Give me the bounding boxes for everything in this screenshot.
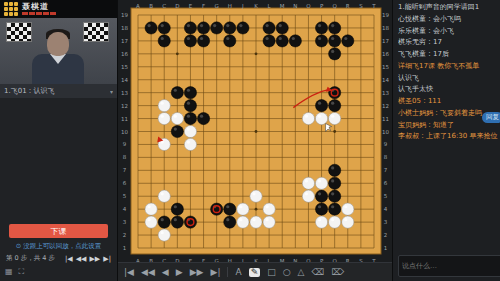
white-stone-O11[interactable] [302,112,314,124]
black-stone-Q18[interactable] [329,22,341,34]
black-stone-N17[interactable] [289,35,301,47]
white-stone-J4[interactable] [237,203,249,215]
toolbar-divider [227,267,228,277]
row-label: 18 [382,25,389,31]
row-label: 10 [382,129,389,135]
row-label: 11 [382,116,389,122]
row-label: 5 [384,193,388,199]
black-stone-J18[interactable] [237,22,249,34]
row-label: 19 [121,12,128,18]
white-stone-E10[interactable] [184,125,196,137]
black-stone-B18[interactable] [145,22,157,34]
chat-message: 心悦棋童：会小飞吗 [398,15,500,24]
black-stone-Q12[interactable] [329,100,341,112]
clear-tool-button[interactable]: ⌦ [331,268,344,277]
col-label-bottom: D [175,258,179,263]
black-stone-F18[interactable] [197,22,209,34]
row-label: 7 [384,167,388,173]
black-stone-E17[interactable] [184,35,196,47]
chat-message: 认识飞 [398,74,500,83]
black-stone-M18[interactable] [276,22,288,34]
white-stone-Q11[interactable] [329,112,341,124]
black-stone-Q17[interactable] [329,35,341,47]
white-stone-O6[interactable] [302,177,314,189]
row-label: 1 [123,245,127,251]
col-label-bottom: F [202,258,205,263]
row-label: 13 [121,90,128,96]
row-label: 9 [123,141,127,147]
black-stone-L18[interactable] [263,22,275,34]
media-button[interactable]: ◀◀ [76,255,87,263]
col-label-top: A [136,3,140,9]
row-label: 14 [121,77,128,83]
lesson-selector[interactable]: 1.飞01：认识飞 ▾ [0,84,117,98]
black-stone-C18[interactable] [158,22,170,34]
board-toolbar: |◀◀◀◀▶▶▶▶|A✎□○△⌫⌦ [118,262,392,281]
col-label-top: E [189,3,193,9]
col-label-bottom: H [228,258,232,263]
white-stone-C5[interactable] [158,190,170,202]
app-window: 聂棋道 1.飞01：认识飞 ▾ 下课 ⊙ 没跟上可以回放，点此设置 第 0 步，… [0,0,500,281]
row-label: 17 [382,38,389,44]
white-stone-J3[interactable] [237,216,249,228]
black-stone-P4[interactable] [315,203,327,215]
go-board[interactable]: AABBCCDDEEFFGGHHJJKKLLMMNNOOPPQQRRSSTT19… [118,0,392,262]
row-label: 16 [121,51,128,57]
reply-button[interactable]: 回复 [482,112,500,123]
row-label: 15 [121,64,128,70]
row-label: 3 [384,219,388,225]
brand-bar: 聂棋道 [0,0,117,18]
col-label-top: B [149,3,153,9]
col-label-top: G [215,3,219,9]
white-stone-B3[interactable] [145,216,157,228]
white-stone-P3[interactable] [315,216,327,228]
white-stone-C2[interactable] [158,229,170,241]
black-stone-M17[interactable] [276,35,288,47]
black-stone-H3[interactable] [224,216,236,228]
black-stone-H4[interactable] [224,203,236,215]
forward-1-button[interactable]: ▶ [176,268,183,277]
black-stone-E12[interactable] [184,100,196,112]
col-label-top: C [162,3,166,9]
col-label-bottom: S [359,258,363,263]
col-label-top: F [202,3,205,9]
chevron-down-icon: ▾ [110,88,113,95]
col-label-top: M [280,3,285,9]
lesson-title: 1.飞01：认识飞 [4,86,55,96]
col-label-top: J [241,3,244,10]
row-label: 12 [121,103,128,109]
col-label-bottom: C [162,258,166,263]
col-label-top: N [293,3,297,9]
black-stone-Q6[interactable] [329,177,341,189]
row-label: 4 [384,206,388,212]
black-stone-E11[interactable] [184,112,196,124]
col-label-bottom: M [280,258,285,263]
white-stone-L3[interactable] [263,216,275,228]
row-label: 17 [121,38,128,44]
chat-message: 棋乐无穷：17 [398,38,500,47]
black-stone-P5[interactable] [315,190,327,202]
col-label-bottom: R [346,258,350,263]
chat-input[interactable] [398,255,500,277]
black-stone-Q4[interactable] [329,203,341,215]
col-label-bottom: K [254,258,258,263]
black-stone-P12[interactable] [315,100,327,112]
row-label: 7 [123,167,127,173]
corner-icon[interactable]: ⛶ [19,267,25,277]
black-stone-G18[interactable] [211,22,223,34]
row-label: 18 [121,25,128,31]
col-label-bottom: T [371,258,376,263]
go-end-button[interactable]: ▶| [211,268,221,277]
col-label-top: D [175,3,179,9]
triangle-tool-button[interactable]: △ [298,268,305,277]
row-label: 6 [123,180,127,186]
row-label: 14 [382,77,389,83]
col-label-bottom: J [241,258,244,263]
media-button[interactable]: ▶▶ [89,255,100,263]
white-stone-E9[interactable] [184,138,196,150]
replay-settings-link[interactable]: ⊙ 没跟上可以回放，点此设置 [0,242,117,251]
chat-message-list: 1.能听到声音的同学请回1心悦棋童：会小飞吗乐乐棋童：会小飞棋乐无穷：17飞飞棋… [398,3,500,252]
black-stone-P17[interactable] [315,35,327,47]
brand-logo-icon [4,2,18,16]
white-stone-Q3[interactable] [329,216,341,228]
white-stone-D11[interactable] [171,112,183,124]
step-counter: 第 0 步，共 4 步 [6,254,55,263]
black-stone-Q16[interactable] [329,48,341,60]
row-label: 11 [121,116,128,122]
chat-message: 棋圣05：111 [398,97,500,106]
col-label-top: O [306,3,311,9]
black-stone-E13[interactable] [184,87,196,99]
row-label: 5 [123,193,127,199]
col-label-top: K [254,3,258,9]
white-stone-C12[interactable] [158,100,170,112]
chat-message: 1.能听到声音的同学请回1 [398,3,500,12]
backdrop-poster [83,22,109,42]
black-stone-D10[interactable] [171,125,183,137]
chat-message: 李叔叔：上课了16:30 早来抢位 [398,132,500,141]
square-tool-button[interactable]: □ [267,268,276,277]
back-10-button[interactable]: ◀◀ [141,268,155,277]
row-label: 16 [382,51,389,57]
row-label: 13 [382,90,389,96]
media-button[interactable]: ▶| [103,255,111,263]
col-label-bottom: G [215,258,219,263]
row-label: 4 [123,206,127,212]
col-label-top: T [371,3,376,9]
white-stone-K5[interactable] [250,190,262,202]
black-stone-D13[interactable] [171,87,183,99]
black-stone-E18[interactable] [184,22,196,34]
corner-icons: ▦⛶ [0,267,117,281]
col-label-top: S [359,3,363,9]
black-stone-Q5[interactable] [329,190,341,202]
circle-tool-button[interactable]: ○ [283,268,291,277]
white-stone-R3[interactable] [342,216,354,228]
white-stone-K3[interactable] [250,216,262,228]
dismiss-class-button[interactable]: 下课 [9,224,108,238]
white-stone-C11[interactable] [158,112,170,124]
white-stone-P11[interactable] [315,112,327,124]
chat-message: 认飞手太快 [398,85,500,94]
col-label-bottom: O [306,258,311,263]
black-stone-F11[interactable] [197,112,209,124]
backdrop-poster [6,22,32,42]
col-label-bottom: N [293,258,297,263]
black-stone-Q7[interactable] [329,164,341,176]
row-label: 10 [121,129,128,135]
col-label-bottom: E [189,258,193,263]
text-tool-button[interactable]: A [235,268,241,277]
row-label: 15 [382,64,389,70]
left-sidebar: 聂棋道 1.飞01：认识飞 ▾ 下课 ⊙ 没跟上可以回放，点此设置 第 0 步，… [0,0,118,281]
white-stone-P6[interactable] [315,177,327,189]
black-stone-H18[interactable] [224,22,236,34]
col-label-bottom: A [136,258,140,263]
black-stone-C3[interactable] [158,216,170,228]
chat-message: 乐乐棋童：会小飞 [398,27,500,36]
black-stone-P18[interactable] [315,22,327,34]
row-label: 6 [384,180,388,186]
white-stone-L4[interactable] [263,203,275,215]
col-label-bottom: Q [332,258,337,263]
row-label: 2 [123,232,127,238]
row-label: 12 [382,103,389,109]
row-label: 2 [384,232,388,238]
col-label-top: R [346,3,350,9]
row-label: 1 [384,245,388,251]
go-start-button[interactable]: |◀ [124,268,134,277]
row-label: 9 [384,141,388,147]
col-label-top: Q [332,3,337,9]
black-stone-Q13[interactable] [329,87,341,99]
white-stone-B4[interactable] [145,203,157,215]
media-button[interactable]: |◀ [65,255,73,263]
row-label: 8 [123,154,127,160]
replay-media-buttons: |◀◀◀▶▶▶| [65,255,111,263]
black-stone-G4[interactable] [211,203,223,215]
chat-message: 飞飞棋童：17后 [398,50,500,59]
board-column: AABBCCDDEEFFGGHHJJKKLLMMNNOOPPQQRRSSTT19… [118,0,392,281]
go-board-svg[interactable]: AABBCCDDEEFFGGHHJJKKLLMMNNOOPPQQRRSSTT19… [118,0,392,262]
corner-icon[interactable]: ▦ [5,267,13,277]
back-1-button[interactable]: ◀ [162,268,169,277]
black-stone-D3[interactable] [171,216,183,228]
black-stone-E3[interactable] [184,216,196,228]
forward-10-button[interactable]: ▶▶ [190,268,204,277]
black-stone-C17[interactable] [158,35,170,47]
white-stone-O5[interactable] [302,190,314,202]
brand-title: 聂棋道 [22,3,56,11]
row-label: 3 [123,219,127,225]
white-stone-R4[interactable] [342,203,354,215]
col-label-bottom: B [149,258,153,263]
black-stone-H17[interactable] [224,35,236,47]
teacher-video[interactable] [0,18,117,84]
black-stone-D4[interactable] [171,203,183,215]
brand-subtitle-decoration [22,12,56,15]
black-stone-F17[interactable] [197,35,209,47]
col-label-top: H [228,3,232,9]
eraser-tool-button[interactable]: ⌫ [311,268,324,277]
chat-panel: 1.能听到声音的同学请回1心悦棋童：会小飞吗乐乐棋童：会小飞棋乐无穷：17飞飞棋… [392,0,500,281]
black-stone-L17[interactable] [263,35,275,47]
row-label: 8 [384,154,388,160]
pencil-tool-button[interactable]: ✎ [249,268,261,277]
chat-message: 详细飞17课 教你飞不孤单 [398,62,500,71]
row-label: 19 [382,12,389,18]
black-stone-R17[interactable] [342,35,354,47]
